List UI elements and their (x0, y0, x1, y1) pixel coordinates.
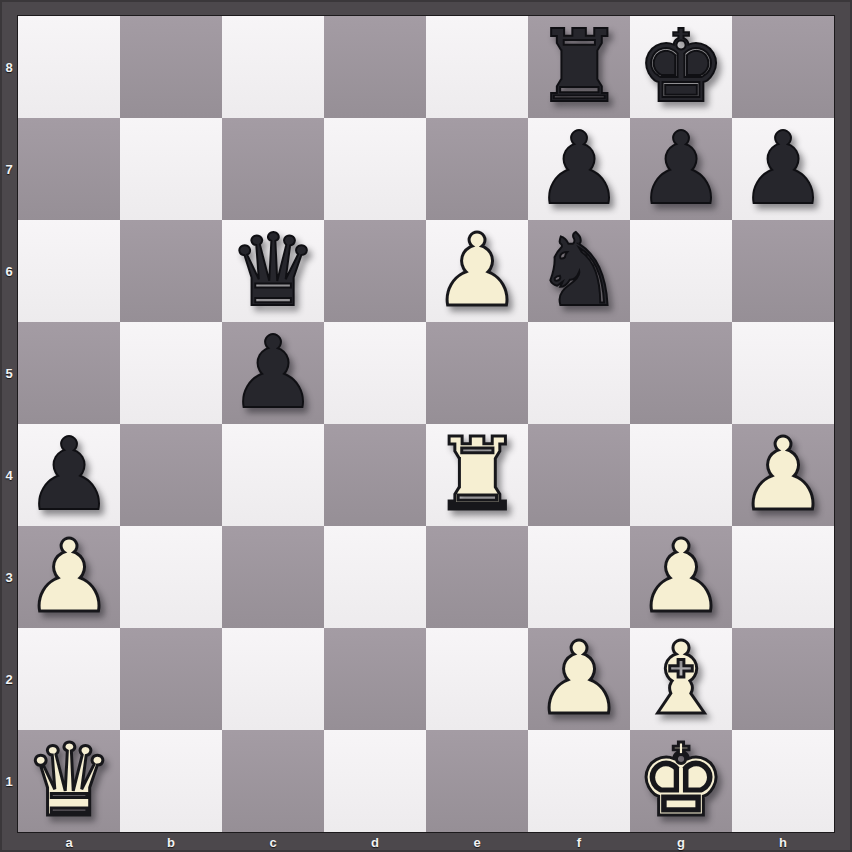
square-g8[interactable]: ♚ (630, 16, 732, 118)
square-h1[interactable] (732, 730, 834, 832)
square-c8[interactable] (222, 16, 324, 118)
square-d1[interactable] (324, 730, 426, 832)
square-c5[interactable]: ♟ (222, 322, 324, 424)
square-f8[interactable]: ♜ (528, 16, 630, 118)
rank-label-2: 2 (0, 628, 18, 730)
square-a2[interactable] (18, 628, 120, 730)
square-g6[interactable] (630, 220, 732, 322)
square-d5[interactable] (324, 322, 426, 424)
square-c2[interactable] (222, 628, 324, 730)
square-d2[interactable] (324, 628, 426, 730)
square-d7[interactable] (324, 118, 426, 220)
square-a5[interactable] (18, 322, 120, 424)
square-a4[interactable]: ♟ (18, 424, 120, 526)
square-a8[interactable] (18, 16, 120, 118)
square-g4[interactable] (630, 424, 732, 526)
square-h4[interactable]: ♟ (732, 424, 834, 526)
square-g5[interactable] (630, 322, 732, 424)
square-d8[interactable] (324, 16, 426, 118)
black-pawn[interactable]: ♟ (24, 425, 114, 525)
white-pawn[interactable]: ♟ (636, 527, 726, 627)
square-a3[interactable]: ♟ (18, 526, 120, 628)
square-b7[interactable] (120, 118, 222, 220)
square-e5[interactable] (426, 322, 528, 424)
file-label-b: b (120, 832, 222, 852)
square-h2[interactable] (732, 628, 834, 730)
rank-label-3: 3 (0, 526, 18, 628)
rank-label-6: 6 (0, 220, 18, 322)
file-label-c: c (222, 832, 324, 852)
square-g7[interactable]: ♟ (630, 118, 732, 220)
square-h3[interactable] (732, 526, 834, 628)
rank-labels: 87654321 (0, 16, 18, 832)
square-c7[interactable] (222, 118, 324, 220)
black-rook[interactable]: ♜ (534, 17, 624, 117)
white-pawn[interactable]: ♟ (534, 629, 624, 729)
square-h6[interactable] (732, 220, 834, 322)
black-queen[interactable]: ♛ (228, 221, 318, 321)
square-f2[interactable]: ♟ (528, 628, 630, 730)
square-b5[interactable] (120, 322, 222, 424)
square-a1[interactable]: ♛ (18, 730, 120, 832)
square-h8[interactable] (732, 16, 834, 118)
square-d3[interactable] (324, 526, 426, 628)
rank-label-5: 5 (0, 322, 18, 424)
white-pawn[interactable]: ♟ (24, 527, 114, 627)
square-f5[interactable] (528, 322, 630, 424)
black-pawn[interactable]: ♟ (228, 323, 318, 423)
square-c1[interactable] (222, 730, 324, 832)
square-b1[interactable] (120, 730, 222, 832)
square-c3[interactable] (222, 526, 324, 628)
square-a7[interactable] (18, 118, 120, 220)
square-b3[interactable] (120, 526, 222, 628)
white-bishop[interactable]: ♝ (636, 629, 726, 729)
file-labels: abcdefgh (18, 832, 834, 852)
square-b2[interactable] (120, 628, 222, 730)
file-label-h: h (732, 832, 834, 852)
square-c6[interactable]: ♛ (222, 220, 324, 322)
file-label-f: f (528, 832, 630, 852)
black-pawn[interactable]: ♟ (534, 119, 624, 219)
black-knight[interactable]: ♞ (534, 221, 624, 321)
square-h5[interactable] (732, 322, 834, 424)
black-pawn[interactable]: ♟ (636, 119, 726, 219)
square-b4[interactable] (120, 424, 222, 526)
rank-label-1: 1 (0, 730, 18, 832)
black-king[interactable]: ♚ (636, 17, 726, 117)
square-f1[interactable] (528, 730, 630, 832)
file-label-e: e (426, 832, 528, 852)
rank-label-4: 4 (0, 424, 18, 526)
square-a6[interactable] (18, 220, 120, 322)
square-e2[interactable] (426, 628, 528, 730)
square-f3[interactable] (528, 526, 630, 628)
square-h7[interactable]: ♟ (732, 118, 834, 220)
file-label-g: g (630, 832, 732, 852)
square-e8[interactable] (426, 16, 528, 118)
chess-board: ♜♚♟♟♟♛♟♞♟♟♜♟♟♟♟♝♛♚ (18, 16, 834, 832)
square-e4[interactable]: ♜ (426, 424, 528, 526)
square-e7[interactable] (426, 118, 528, 220)
square-f4[interactable] (528, 424, 630, 526)
square-d4[interactable] (324, 424, 426, 526)
square-f7[interactable]: ♟ (528, 118, 630, 220)
square-g3[interactable]: ♟ (630, 526, 732, 628)
white-pawn[interactable]: ♟ (432, 221, 522, 321)
square-e3[interactable] (426, 526, 528, 628)
white-pawn[interactable]: ♟ (738, 425, 828, 525)
file-label-d: d (324, 832, 426, 852)
square-f6[interactable]: ♞ (528, 220, 630, 322)
chess-board-frame: 87654321 ♜♚♟♟♟♛♟♞♟♟♜♟♟♟♟♝♛♚ abcdefgh (0, 0, 852, 852)
square-e1[interactable] (426, 730, 528, 832)
square-b8[interactable] (120, 16, 222, 118)
square-c4[interactable] (222, 424, 324, 526)
square-g2[interactable]: ♝ (630, 628, 732, 730)
square-b6[interactable] (120, 220, 222, 322)
white-rook[interactable]: ♜ (432, 425, 522, 525)
white-king[interactable]: ♚ (636, 731, 726, 831)
file-label-a: a (18, 832, 120, 852)
rank-label-8: 8 (0, 16, 18, 118)
square-e6[interactable]: ♟ (426, 220, 528, 322)
rank-label-7: 7 (0, 118, 18, 220)
square-d6[interactable] (324, 220, 426, 322)
black-pawn[interactable]: ♟ (738, 119, 828, 219)
white-queen[interactable]: ♛ (24, 731, 114, 831)
square-g1[interactable]: ♚ (630, 730, 732, 832)
